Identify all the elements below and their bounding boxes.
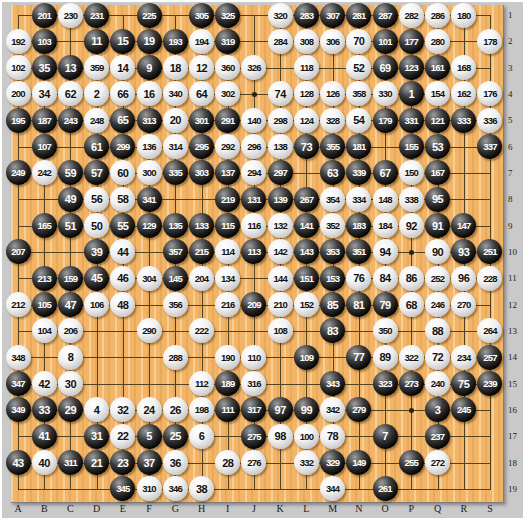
stone-Q15: 240 — [425, 371, 450, 396]
stone-L8: 267 — [294, 187, 319, 212]
stone-K16: 97 — [268, 397, 293, 422]
stone-I11: 134 — [215, 266, 240, 291]
column-label-A: A — [8, 503, 28, 514]
stone-L11: 151 — [294, 266, 319, 291]
column-label-L: L — [296, 503, 316, 514]
stone-O12: 79 — [373, 292, 398, 317]
row-label-11: 11 — [505, 273, 523, 283]
stone-A16: 349 — [6, 397, 31, 422]
stone-O9: 184 — [373, 213, 398, 238]
stone-S5: 336 — [477, 108, 502, 133]
column-label-Q: Q — [428, 503, 448, 514]
stone-F11: 304 — [137, 266, 162, 291]
stone-C11: 159 — [58, 266, 83, 291]
stone-Q18: 272 — [425, 450, 450, 475]
column-label-R: R — [454, 503, 474, 514]
stone-L18: 332 — [294, 450, 319, 475]
stone-B12: 105 — [32, 292, 57, 317]
stone-B5: 187 — [32, 108, 57, 133]
row-label-19: 19 — [505, 484, 523, 494]
stone-P5: 331 — [399, 108, 424, 133]
stone-S11: 228 — [477, 266, 502, 291]
stone-A10: 207 — [6, 239, 31, 264]
stone-F5: 313 — [137, 108, 162, 133]
stone-M2: 306 — [320, 29, 345, 54]
stone-C14: 8 — [58, 345, 83, 370]
column-label-D: D — [87, 503, 107, 514]
star-point — [252, 92, 257, 97]
row-label-3: 3 — [505, 63, 523, 73]
row-label-16: 16 — [505, 405, 523, 415]
stone-O8: 148 — [373, 187, 398, 212]
stone-F2: 19 — [137, 29, 162, 54]
row-label-12: 12 — [505, 300, 523, 310]
stone-L17: 100 — [294, 424, 319, 449]
stone-L5: 124 — [294, 108, 319, 133]
stone-P3: 123 — [399, 55, 424, 80]
stone-K1: 320 — [268, 3, 293, 28]
stone-L9: 141 — [294, 213, 319, 238]
stone-H1: 305 — [189, 3, 214, 28]
stone-G11: 145 — [163, 266, 188, 291]
stone-A4: 200 — [6, 81, 31, 106]
stone-F16: 24 — [137, 397, 162, 422]
stone-C1: 230 — [58, 3, 83, 28]
stone-M11: 153 — [320, 266, 345, 291]
stone-G18: 36 — [163, 450, 188, 475]
stone-O11: 84 — [373, 266, 398, 291]
stone-A3: 102 — [6, 55, 31, 80]
stone-F1: 225 — [137, 3, 162, 28]
stone-H2: 194 — [189, 29, 214, 54]
stone-Q11: 252 — [425, 266, 450, 291]
stone-F7: 300 — [137, 160, 162, 185]
stone-G14: 288 — [163, 345, 188, 370]
stone-H9: 133 — [189, 213, 214, 238]
stone-B9: 165 — [32, 213, 57, 238]
stone-R14: 234 — [451, 345, 476, 370]
stone-P14: 322 — [399, 345, 424, 370]
stone-H11: 204 — [189, 266, 214, 291]
stone-A7: 249 — [6, 160, 31, 185]
stone-C9: 51 — [58, 213, 83, 238]
stone-H19: 38 — [189, 476, 214, 501]
stone-I2: 319 — [215, 29, 240, 54]
stone-D5: 248 — [84, 108, 109, 133]
column-label-I: I — [218, 503, 238, 514]
stone-B1: 201 — [32, 3, 57, 28]
stone-A2: 192 — [6, 29, 31, 54]
stone-B17: 41 — [32, 424, 57, 449]
stone-M19: 344 — [320, 476, 345, 501]
row-label-7: 7 — [505, 168, 523, 178]
stone-B15: 42 — [32, 371, 57, 396]
stone-F19: 310 — [137, 476, 162, 501]
stone-D1: 231 — [84, 3, 109, 28]
stone-L3: 118 — [294, 55, 319, 80]
stone-O10: 94 — [373, 239, 398, 264]
stone-O3: 69 — [373, 55, 398, 80]
stone-F8: 341 — [137, 187, 162, 212]
stone-P9: 92 — [399, 213, 424, 238]
column-label-J: J — [244, 503, 264, 514]
stone-A5: 195 — [6, 108, 31, 133]
stone-K13: 108 — [268, 318, 293, 343]
stone-S6: 337 — [477, 134, 502, 159]
stone-M1: 307 — [320, 3, 345, 28]
stone-G19: 346 — [163, 476, 188, 501]
stone-H15: 112 — [189, 371, 214, 396]
stone-P6: 155 — [399, 134, 424, 159]
row-label-5: 5 — [505, 115, 523, 125]
row-label-8: 8 — [505, 194, 523, 204]
column-label-F: F — [139, 503, 159, 514]
column-label-M: M — [323, 503, 343, 514]
stone-K9: 132 — [268, 213, 293, 238]
stone-P15: 273 — [399, 371, 424, 396]
stone-K6: 138 — [268, 134, 293, 159]
stone-D8: 56 — [84, 187, 109, 212]
row-label-10: 10 — [505, 247, 523, 257]
stone-B3: 35 — [32, 55, 57, 80]
stone-G2: 193 — [163, 29, 188, 54]
stone-F18: 37 — [137, 450, 162, 475]
stone-K7: 297 — [268, 160, 293, 185]
stone-Q14: 72 — [425, 345, 450, 370]
game-record-window: 2012302312253053253202833072812872822861… — [0, 0, 523, 518]
stone-N1: 281 — [346, 3, 371, 28]
stone-G5: 20 — [163, 108, 188, 133]
stone-G3: 18 — [163, 55, 188, 80]
stone-B16: 33 — [32, 397, 57, 422]
row-label-2: 2 — [505, 36, 523, 46]
stone-F4: 16 — [137, 81, 162, 106]
column-label-G: G — [165, 503, 185, 514]
stone-C3: 13 — [58, 55, 83, 80]
stone-G17: 25 — [163, 424, 188, 449]
stone-A18: 43 — [6, 450, 31, 475]
row-label-4: 4 — [505, 89, 523, 99]
stone-B2: 103 — [32, 29, 57, 54]
stone-R11: 96 — [451, 266, 476, 291]
stone-S13: 264 — [477, 318, 502, 343]
stone-P1: 282 — [399, 3, 424, 28]
column-label-S: S — [480, 503, 500, 514]
column-label-K: K — [270, 503, 290, 514]
stone-B11: 213 — [32, 266, 57, 291]
stone-D2: 11 — [84, 29, 109, 54]
stone-S15: 239 — [477, 371, 502, 396]
stone-G6: 314 — [163, 134, 188, 159]
stone-G9: 135 — [163, 213, 188, 238]
stone-L14: 109 — [294, 345, 319, 370]
stone-Q6: 53 — [425, 134, 450, 159]
stone-O15: 323 — [373, 371, 398, 396]
stone-K17: 98 — [268, 424, 293, 449]
stone-M17: 78 — [320, 424, 345, 449]
stone-K12: 210 — [268, 292, 293, 317]
stone-O14: 89 — [373, 345, 398, 370]
stone-L2: 308 — [294, 29, 319, 54]
stone-C8: 49 — [58, 187, 83, 212]
stone-L12: 152 — [294, 292, 319, 317]
stone-O7: 67 — [373, 160, 398, 185]
row-label-14: 14 — [505, 352, 523, 362]
stone-K11: 144 — [268, 266, 293, 291]
stone-A15: 347 — [6, 371, 31, 396]
stone-M5: 328 — [320, 108, 345, 133]
row-label-18: 18 — [505, 458, 523, 468]
stone-E17: 22 — [110, 424, 135, 449]
row-label-1: 1 — [505, 10, 523, 20]
stone-F6: 136 — [137, 134, 162, 159]
stone-O13: 350 — [373, 318, 398, 343]
stone-P12: 68 — [399, 292, 424, 317]
row-label-15: 15 — [505, 379, 523, 389]
stone-G12: 356 — [163, 292, 188, 317]
stone-C18: 311 — [58, 450, 83, 475]
stone-C5: 243 — [58, 108, 83, 133]
stone-K5: 298 — [268, 108, 293, 133]
stone-S4: 176 — [477, 81, 502, 106]
row-label-17: 17 — [505, 431, 523, 441]
stone-K2: 284 — [268, 29, 293, 54]
row-label-6: 6 — [505, 142, 523, 152]
stone-A14: 348 — [6, 345, 31, 370]
stone-P8: 338 — [399, 187, 424, 212]
stone-P11: 86 — [399, 266, 424, 291]
stone-Q2: 280 — [425, 29, 450, 54]
row-label-13: 13 — [505, 326, 523, 336]
stone-Q8: 95 — [425, 187, 450, 212]
stone-R5: 333 — [451, 108, 476, 133]
stone-Q5: 121 — [425, 108, 450, 133]
column-label-N: N — [349, 503, 369, 514]
stone-D11: 45 — [84, 266, 109, 291]
stone-N14: 77 — [346, 345, 371, 370]
stone-B18: 40 — [32, 450, 57, 475]
stone-F9: 129 — [137, 213, 162, 238]
stone-I5: 291 — [215, 108, 240, 133]
stone-H6: 295 — [189, 134, 214, 159]
stone-K10: 142 — [268, 239, 293, 264]
column-label-P: P — [401, 503, 421, 514]
row-label-9: 9 — [505, 221, 523, 231]
stone-F13: 290 — [137, 318, 162, 343]
stone-L6: 73 — [294, 134, 319, 159]
stone-Q12: 246 — [425, 292, 450, 317]
go-board[interactable]: 2012302312253053253202833072812872822861… — [11, 5, 504, 503]
stone-I8: 219 — [215, 187, 240, 212]
column-label-C: C — [60, 503, 80, 514]
stone-L1: 283 — [294, 3, 319, 28]
stone-O4: 330 — [373, 81, 398, 106]
column-label-O: O — [375, 503, 395, 514]
stone-I14: 190 — [215, 345, 240, 370]
column-label-E: E — [113, 503, 133, 514]
stone-F3: 9 — [137, 55, 162, 80]
stone-O2: 101 — [373, 29, 398, 54]
stone-F17: 5 — [137, 424, 162, 449]
stone-H5: 301 — [189, 108, 214, 133]
stone-E19: 345 — [110, 476, 135, 501]
stone-C12: 47 — [58, 292, 83, 317]
stone-P18: 255 — [399, 450, 424, 475]
stone-N11: 76 — [346, 266, 371, 291]
stone-R1: 180 — [451, 3, 476, 28]
stone-O17: 7 — [373, 424, 398, 449]
stone-S2: 178 — [477, 29, 502, 54]
stone-N8: 334 — [346, 187, 371, 212]
stone-H17: 6 — [189, 424, 214, 449]
stone-S10: 251 — [477, 239, 502, 264]
stone-Q17: 237 — [425, 424, 450, 449]
stone-C15: 30 — [58, 371, 83, 396]
stone-Q9: 91 — [425, 213, 450, 238]
stone-D17: 31 — [84, 424, 109, 449]
column-label-H: H — [192, 503, 212, 514]
stone-B6: 107 — [32, 134, 57, 159]
stone-M8: 354 — [320, 187, 345, 212]
stone-S14: 257 — [477, 345, 502, 370]
stone-P2: 177 — [399, 29, 424, 54]
stone-I1: 325 — [215, 3, 240, 28]
stone-O19: 261 — [373, 476, 398, 501]
stone-K8: 139 — [268, 187, 293, 212]
stone-Q3: 161 — [425, 55, 450, 80]
stone-O5: 179 — [373, 108, 398, 133]
stone-Q1: 286 — [425, 3, 450, 28]
column-label-B: B — [34, 503, 54, 514]
stone-A12: 212 — [6, 292, 31, 317]
stone-O1: 287 — [373, 3, 398, 28]
